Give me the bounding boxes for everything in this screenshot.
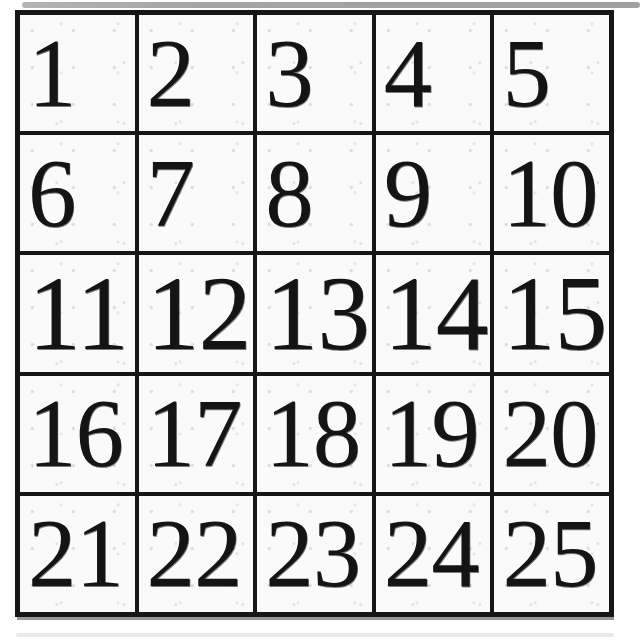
grid-cell-r2c5: 10 xyxy=(492,133,611,253)
grid-cell-r5c3: 23 xyxy=(255,494,374,614)
cell-number: 24 xyxy=(384,498,479,609)
cell-number: 9 xyxy=(384,138,432,249)
cell-number: 20 xyxy=(502,378,597,489)
grid-cell-r3c5: 15 xyxy=(492,253,611,373)
grid-cell-r3c4: 14 xyxy=(374,253,493,373)
grid-cell-r5c2: 22 xyxy=(137,494,256,614)
grid-cell-r4c4: 19 xyxy=(374,374,493,494)
grid-cell-r3c2: 12 xyxy=(137,253,256,373)
grid-cell-r2c1: 6 xyxy=(18,133,137,253)
cell-number: 17 xyxy=(147,378,242,489)
cell-number: 22 xyxy=(147,498,242,609)
grid-cell-r4c1: 16 xyxy=(18,374,137,494)
grid-cell-r1c5: 5 xyxy=(492,13,611,133)
grid-cell-r3c3: 13 xyxy=(255,253,374,373)
grid-cell-r2c2: 7 xyxy=(137,133,256,253)
grid-cell-r4c3: 18 xyxy=(255,374,374,494)
cell-number: 6 xyxy=(28,138,76,249)
cell-number: 15 xyxy=(502,253,606,373)
grid-cell-r2c4: 9 xyxy=(374,133,493,253)
cell-number: 3 xyxy=(265,18,313,129)
cell-number: 8 xyxy=(265,138,313,249)
cell-number: 12 xyxy=(147,253,251,373)
grid-cell-r5c4: 24 xyxy=(374,494,493,614)
scan-artifact-bottom-streak xyxy=(16,633,614,637)
grid-cell-r5c5: 25 xyxy=(492,494,611,614)
cell-number: 1 xyxy=(28,18,76,129)
cell-number: 10 xyxy=(502,138,597,249)
grid-cell-r1c4: 4 xyxy=(374,13,493,133)
cell-number: 7 xyxy=(147,138,195,249)
number-grid-board: 1 2 3 4 5 6 7 8 9 10 11 12 13 14 15 16 1… xyxy=(15,10,614,617)
grid-cell-r2c3: 8 xyxy=(255,133,374,253)
cell-number: 19 xyxy=(384,378,479,489)
cell-number: 14 xyxy=(384,253,488,373)
grid-cell-r4c5: 20 xyxy=(492,374,611,494)
grid-cell-r4c2: 17 xyxy=(137,374,256,494)
cell-number: 21 xyxy=(28,498,123,609)
grid-cell-r1c2: 2 xyxy=(137,13,256,133)
cell-number: 18 xyxy=(265,378,360,489)
cell-number: 2 xyxy=(147,18,195,129)
grid-cell-r1c3: 3 xyxy=(255,13,374,133)
grid-cell-r1c1: 1 xyxy=(18,13,137,133)
grid-cell-r5c1: 21 xyxy=(18,494,137,614)
cell-number: 13 xyxy=(265,253,369,373)
cell-number: 16 xyxy=(28,378,123,489)
cell-number: 4 xyxy=(384,18,432,129)
cell-number: 23 xyxy=(265,498,360,609)
cell-number: 25 xyxy=(502,498,597,609)
scan-artifact-top-streak xyxy=(22,2,640,8)
cell-number: 11 xyxy=(28,253,128,373)
cell-number: 5 xyxy=(502,18,550,129)
grid-cell-r3c1: 11 xyxy=(18,253,137,373)
